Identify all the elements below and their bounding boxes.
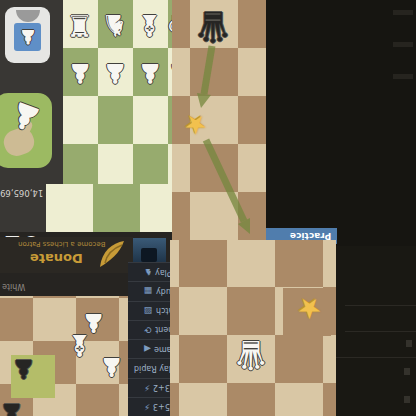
black-pawn-piece[interactable]: ♟	[0, 398, 23, 416]
analysis-board[interactable]: ♟ ♝ ♟ ♟ ♟	[0, 296, 130, 416]
white-rook-piece[interactable]: ♜	[66, 8, 93, 43]
faint-text-bar	[393, 74, 413, 79]
board-grid-icon: ▦	[144, 286, 153, 296]
menu-item[interactable]: ▨Watch	[128, 301, 172, 320]
white-pawn-piece[interactable]: ♟	[138, 58, 162, 89]
green-board-strip	[46, 184, 172, 232]
knight-icon: ♞	[144, 267, 152, 277]
game-status: White	[2, 282, 25, 291]
lessons-panel: ♜ ♞ ♝ ♚ ♟ ♟ ♟ ♟ ♟ ♟ 14,065,69	[0, 0, 172, 232]
divider	[345, 331, 416, 332]
practice-sidebar: Advanced Intermediate Fundamentals The P…	[264, 0, 416, 246]
puzzle-counter: 14,065,69	[0, 188, 43, 198]
white-bishop-piece[interactable]: ♝	[136, 8, 163, 43]
screenshot-collage: Advanced Intermediate Fundamentals The P…	[0, 0, 416, 416]
white-queen-piece[interactable]: ♛	[233, 332, 269, 378]
faint-text-bar	[393, 42, 413, 47]
menu-item[interactable]: ◀Create a game	[128, 339, 172, 358]
menu-item[interactable]: ⟳Tournament	[128, 320, 172, 339]
black-pawn-piece[interactable]: ♟	[12, 354, 35, 384]
bolt-icon: ⚡	[144, 402, 150, 412]
thumbnail-shape	[141, 248, 157, 262]
lesson-board-icon: ♟	[14, 23, 41, 51]
menu-item[interactable]: ⚡Blitz 5+3	[128, 397, 172, 416]
faint-glyph	[406, 340, 412, 347]
dome-icon	[16, 10, 40, 22]
speaker-icon: ◀	[144, 344, 151, 354]
black-queen-piece[interactable]: ♛	[194, 2, 232, 51]
lesson-tile[interactable]: ♟	[5, 7, 50, 63]
white-pawn-piece[interactable]: ♟	[68, 58, 92, 89]
hand-pawn-tile[interactable]: ♟	[0, 93, 52, 168]
learn-board-upper[interactable]: ★ ♛	[172, 0, 266, 240]
divider	[345, 305, 416, 306]
menu-item[interactable]: ⚡Blitz 3+2	[128, 378, 172, 397]
white-pawn-piece[interactable]: ♟	[103, 58, 127, 89]
white-pawn-piece[interactable]: ♟	[100, 352, 123, 382]
bolt-icon: ⚡	[144, 383, 150, 393]
bottom-right-panel	[336, 246, 416, 416]
menu-item[interactable]: ▦Study	[128, 281, 172, 300]
menu-item[interactable]: ♞Play	[128, 262, 172, 281]
white-knight-piece[interactable]: ♞	[101, 8, 128, 43]
faint-glyph	[404, 368, 410, 375]
target-star: ★	[297, 292, 322, 325]
game-panel: 01 Donate Become a Lichess Patron White …	[0, 232, 172, 416]
divider	[336, 357, 416, 358]
side-menu: ♞Play ▦Study ▨Watch ⟳Tournament ◀Create …	[128, 262, 172, 416]
white-pawn-piece[interactable]: ♟	[168, 58, 172, 89]
pawn-icon: ♟	[19, 25, 37, 49]
faint-glyph	[404, 396, 410, 403]
patron-banner[interactable]: Donate Become a Lichess Patron	[0, 237, 133, 273]
faint-text-bar	[393, 10, 413, 15]
white-king-piece[interactable]: ♚	[166, 8, 172, 43]
tv-icon: ▨	[144, 306, 153, 316]
target-star: ★	[184, 110, 207, 140]
white-bishop-piece[interactable]: ♝	[66, 328, 93, 363]
menu-item[interactable]: Play Rapid	[128, 358, 172, 377]
learn-board-lower[interactable]: ★ ♛	[170, 240, 336, 416]
cycle-icon: ⟳	[144, 325, 152, 335]
donate-subtitle: Become a Lichess Patron	[18, 240, 105, 248]
donate-title: Donate	[30, 251, 83, 266]
